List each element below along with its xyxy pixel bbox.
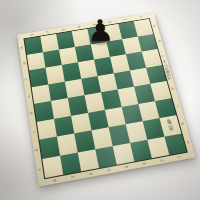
square-a1[interactable] xyxy=(164,133,186,155)
black-pawn[interactable]: ♟ xyxy=(87,19,115,44)
photo-scene: ♞ ♛ 87654321 87654321 hgfedcba hgfedcba … xyxy=(0,0,200,200)
